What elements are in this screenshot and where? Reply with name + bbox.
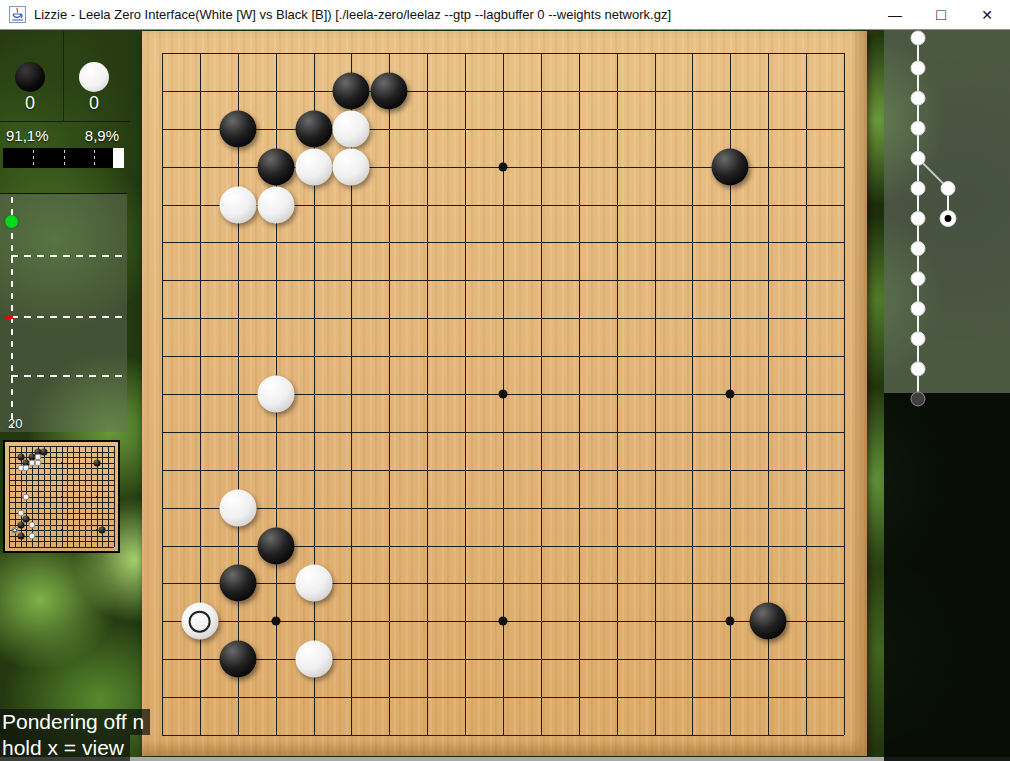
grid-line <box>114 446 115 547</box>
grid-line <box>9 547 114 548</box>
grid-line <box>162 470 844 471</box>
grid-line <box>617 53 618 735</box>
variation-tree-panel[interactable] <box>884 28 1010 761</box>
tree-node-current-dot <box>945 215 952 222</box>
star-point <box>271 617 280 626</box>
variation-tree[interactable] <box>884 28 1010 761</box>
tree-node[interactable] <box>911 302 925 316</box>
title-bar: Lizzie - Leela Zero Interface(White [W] … <box>0 0 1010 30</box>
black-winrate-label: 91,1% <box>6 127 49 144</box>
tree-node[interactable] <box>911 31 925 45</box>
graph-75pct-line <box>11 375 125 377</box>
go-board[interactable] <box>142 31 867 756</box>
grid-line <box>67 446 68 547</box>
grid-line <box>162 659 844 660</box>
star-point <box>61 462 63 464</box>
status-line-1: Pondering off n <box>0 709 150 735</box>
white-stone-F16 <box>35 459 42 466</box>
winrate-bar-tick <box>64 150 65 166</box>
grid-line <box>162 583 844 584</box>
window-controls: — □ ✕ <box>872 0 1010 29</box>
white-stone-D15 <box>23 465 30 472</box>
grid-line <box>79 446 80 547</box>
star-point <box>499 617 508 626</box>
white-stone-E16 <box>295 148 332 185</box>
graph-50pct-line <box>11 316 125 318</box>
white-capture-stone-icon <box>79 62 109 92</box>
graph-move-number: 20 <box>8 416 22 431</box>
black-capture-stone-icon <box>15 62 45 92</box>
graph-25pct-line <box>11 255 125 257</box>
grid-line <box>9 513 114 514</box>
tree-node[interactable] <box>911 272 925 286</box>
white-capture-count: 0 <box>64 93 124 114</box>
white-stone-B4 <box>181 603 218 640</box>
winrate-graph[interactable]: 20 <box>0 193 127 432</box>
grid-line <box>162 432 844 433</box>
star-point <box>726 617 735 626</box>
grid-line <box>9 541 114 542</box>
black-stone-D6 <box>257 527 294 564</box>
window-bottom-edge <box>0 757 1010 761</box>
white-stone-E5 <box>29 521 36 528</box>
tree-node[interactable] <box>911 211 925 225</box>
tree-node[interactable] <box>911 332 925 346</box>
star-point <box>726 390 735 399</box>
grid-line <box>692 53 693 735</box>
white-stone-F16 <box>333 148 370 185</box>
black-stone-G18 <box>371 72 408 109</box>
capture-panel: 0 0 <box>0 31 130 122</box>
tree-node[interactable] <box>911 181 925 195</box>
black-stone-F18 <box>333 72 370 109</box>
grid-line <box>162 508 844 509</box>
white-stone-F17 <box>333 110 370 147</box>
grid-line <box>655 53 656 735</box>
grid-line <box>9 525 114 526</box>
goban-grid[interactable] <box>162 53 844 735</box>
tree-node[interactable] <box>911 242 925 256</box>
tree-node[interactable] <box>911 91 925 105</box>
black-stone-R4 <box>750 603 787 640</box>
black-stone-R4 <box>99 527 106 534</box>
star-point <box>25 529 27 531</box>
graph-red-tick <box>5 316 13 319</box>
black-stone-C17 <box>219 110 256 147</box>
black-stone-Q16 <box>712 148 749 185</box>
star-point <box>96 529 98 531</box>
tree-node[interactable] <box>911 362 925 376</box>
white-stone-C15 <box>219 186 256 223</box>
status-line-2: hold x = view <box>0 735 130 761</box>
white-stone-D15 <box>257 186 294 223</box>
black-stone-D16 <box>257 148 294 185</box>
star-point <box>61 529 63 531</box>
graph-move-cursor-line <box>11 197 13 427</box>
winrate-bar-tick <box>33 150 34 166</box>
java-coffee-cup-icon <box>9 6 26 23</box>
minimize-button[interactable]: — <box>872 0 918 29</box>
winrate-bar <box>3 148 124 168</box>
grid-line <box>9 536 114 537</box>
white-winrate-segment <box>113 148 124 168</box>
tree-node[interactable] <box>911 392 925 406</box>
window-title: Lizzie - Leela Zero Interface(White [W] … <box>34 7 671 22</box>
status-text: Pondering off n hold x = view <box>0 709 150 761</box>
star-point <box>499 162 508 171</box>
white-stone-E3 <box>29 532 36 539</box>
black-stone-G18 <box>40 448 47 455</box>
winrate-labels: 91,1% 8,9% <box>0 127 127 145</box>
board-thumbnail[interactable] <box>3 440 120 553</box>
winrate-point-marker <box>5 215 18 228</box>
white-stone-E3 <box>295 641 332 678</box>
grid-line <box>162 735 844 736</box>
grid-line <box>162 697 844 698</box>
grid-line <box>91 446 92 547</box>
white-stone-D10 <box>23 493 30 500</box>
grid-line <box>9 508 114 509</box>
star-point <box>61 496 63 498</box>
winrate-bar-tick <box>94 150 95 166</box>
lizzie-window: { "window": { "title": "Lizzie - Leela Z… <box>0 0 1010 761</box>
tree-node[interactable] <box>911 151 925 165</box>
tree-node[interactable] <box>911 61 925 75</box>
grid-line <box>541 53 542 735</box>
maximize-button[interactable]: □ <box>918 0 964 29</box>
tree-node[interactable] <box>911 121 925 135</box>
grid-line <box>844 53 845 735</box>
black-stone-Q16 <box>93 459 100 466</box>
grid-line <box>579 53 580 735</box>
white-winrate-label: 8,9% <box>85 127 119 144</box>
grid-line <box>85 446 86 547</box>
black-stone-C5 <box>219 565 256 602</box>
black-stone-E17 <box>295 110 332 147</box>
tree-node[interactable] <box>941 181 955 195</box>
white-stone-E5 <box>295 565 332 602</box>
black-stone-C3 <box>219 641 256 678</box>
star-point <box>96 496 98 498</box>
white-stone-D10 <box>257 376 294 413</box>
grid-line <box>108 446 109 547</box>
black-stone-C3 <box>17 532 24 539</box>
grid-line <box>73 446 74 547</box>
black-capture-count: 0 <box>0 93 60 114</box>
black-stone-C5 <box>17 521 24 528</box>
grid-line <box>9 502 114 503</box>
grid-line <box>806 53 807 735</box>
white-stone-C7 <box>219 489 256 526</box>
star-point <box>499 390 508 399</box>
thumbnail-grid <box>9 446 114 547</box>
close-button[interactable]: ✕ <box>964 0 1010 29</box>
